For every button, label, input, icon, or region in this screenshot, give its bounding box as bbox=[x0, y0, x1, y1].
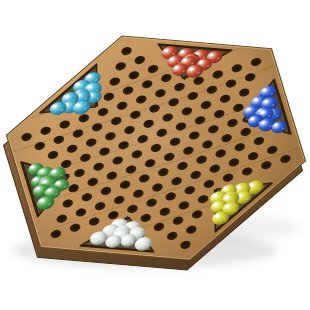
product-photo-chinese-checkers bbox=[0, 0, 310, 310]
chinese-checkers-board bbox=[0, 0, 310, 310]
